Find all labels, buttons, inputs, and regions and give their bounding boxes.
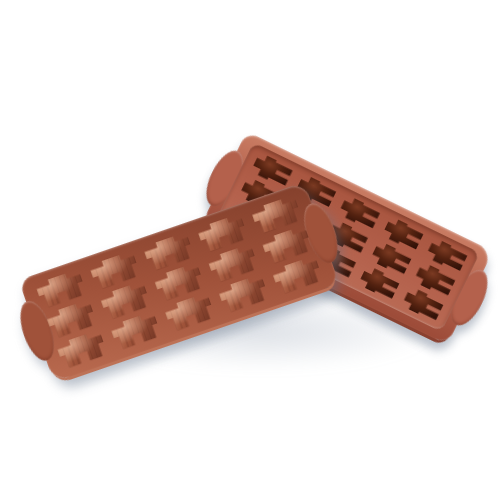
product-photo-canvas xyxy=(0,0,500,500)
